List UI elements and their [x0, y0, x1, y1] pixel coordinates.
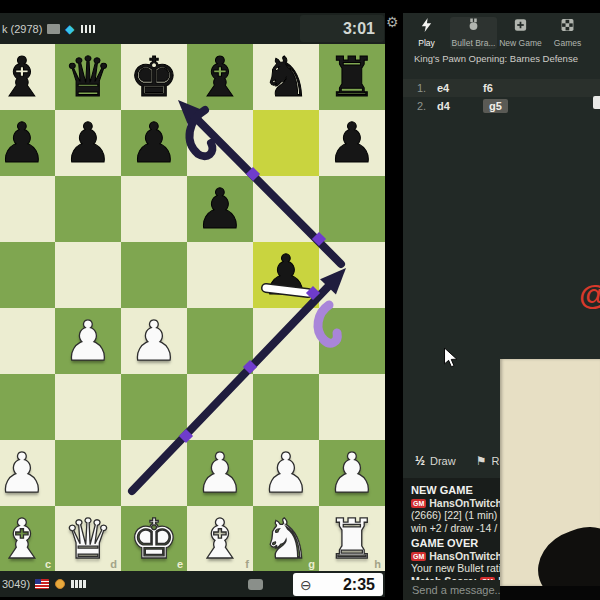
board-sidebar-gap	[385, 13, 403, 600]
piece-white-P-d4[interactable]: ♟	[55, 308, 121, 374]
gray-flag-icon	[47, 24, 60, 34]
move-row-2.: 2.d4g5	[403, 97, 600, 115]
square-h6[interactable]	[319, 176, 385, 242]
piece-white-B-f1[interactable]: ♝	[187, 506, 253, 572]
piece-black-K-e8[interactable]: ♚	[121, 44, 187, 110]
square-d6[interactable]	[55, 176, 121, 242]
square-g4[interactable]	[253, 308, 319, 374]
connection-bars-icon	[81, 25, 96, 33]
square-e3[interactable]	[121, 374, 187, 440]
chat-input-placeholder: Send a message...	[412, 584, 504, 596]
square-e6[interactable]	[121, 176, 187, 242]
square-d3[interactable]	[55, 374, 121, 440]
bolt-icon	[420, 18, 433, 36]
stream-frame: k (2978) ◆ 3:01 ⚙ ♜♞♝♛♚♝♞♜♟♟♟♟♟♟♟♟♟♟♟♟♟♟…	[0, 0, 600, 600]
piece-white-B-c1[interactable]: ♝	[0, 506, 55, 572]
at-symbol: @	[579, 278, 600, 312]
tab-bullet-bra-[interactable]: Bullet Bra...	[450, 17, 497, 49]
grid-icon	[561, 18, 574, 36]
square-e5[interactable]	[121, 242, 187, 308]
gear-icon[interactable]: ⚙	[386, 14, 399, 30]
move-row-1.: 1.e4f6	[403, 79, 600, 97]
piece-black-Q-d8[interactable]: ♛	[55, 44, 121, 110]
piece-white-Q-d1[interactable]: ♛	[55, 506, 121, 572]
gm-badge: GM	[411, 499, 426, 508]
piece-black-P-c7[interactable]: ♟	[0, 110, 55, 176]
square-c5[interactable]	[0, 242, 55, 308]
plus-square-icon	[514, 18, 527, 36]
top-black-bar	[0, 0, 600, 13]
tab-label: Bullet Bra...	[452, 38, 496, 48]
piece-black-P-f6[interactable]: ♟	[187, 176, 253, 242]
sidebar-tabs: PlayBullet Bra...New GameGames	[403, 17, 600, 49]
tab-new-game[interactable]: New Game	[497, 17, 544, 49]
bottom-player-rating: 3049)	[2, 578, 30, 590]
square-c4[interactable]	[0, 308, 55, 374]
piece-white-P-c2[interactable]: ♟	[0, 440, 55, 506]
square-d2[interactable]	[55, 440, 121, 506]
square-g3[interactable]	[253, 374, 319, 440]
piece-black-B-c8[interactable]: ♝	[0, 44, 55, 110]
gold-coin-icon	[55, 579, 65, 589]
clipped-white-button[interactable]	[593, 96, 600, 109]
square-g6[interactable]	[253, 176, 319, 242]
square-h4[interactable]	[319, 308, 385, 374]
move-white-e4[interactable]: e4	[437, 82, 483, 94]
gm-badge: GM	[411, 552, 426, 561]
tab-label: Play	[418, 38, 435, 48]
square-f5[interactable]	[187, 242, 253, 308]
chess-board[interactable]: ♜♞♝♛♚♝♞♜♟♟♟♟♟♟♟♟♟♟♟♟♟♟♟♟a♜b♞c♝d♛e♚f♝g♞h♜	[0, 44, 385, 572]
resign-flag-icon[interactable]: ⚑	[476, 454, 487, 468]
medal-icon	[467, 18, 480, 36]
piece-white-P-f2[interactable]: ♟	[187, 440, 253, 506]
mouse-cursor	[444, 348, 458, 368]
top-player-clock: 3:01	[300, 15, 384, 42]
piece-black-P-d7[interactable]: ♟	[55, 110, 121, 176]
piece-black-B-f8[interactable]: ♝	[187, 44, 253, 110]
webcam-bottom-bar	[500, 586, 600, 600]
move-number: 2.	[417, 100, 437, 112]
chat-bubble-icon[interactable]	[248, 579, 263, 590]
streamer-head-silhouette	[528, 519, 600, 586]
bottom-player-clock: ⊖ 2:35	[293, 573, 383, 596]
clock-minus-icon: ⊖	[300, 577, 312, 593]
tab-label: New Game	[499, 38, 542, 48]
square-h3[interactable]	[319, 374, 385, 440]
square-e2[interactable]	[121, 440, 187, 506]
piece-white-R-h1[interactable]: ♜	[319, 506, 385, 572]
connection-bars-icon	[71, 580, 86, 588]
square-g7[interactable]	[253, 110, 319, 176]
webcam-feed	[500, 359, 600, 586]
piece-white-P-e4[interactable]: ♟	[121, 308, 187, 374]
move-black-f6[interactable]: f6	[483, 82, 529, 94]
tab-games[interactable]: Games	[544, 17, 591, 49]
square-f7[interactable]	[187, 110, 253, 176]
move-white-d4[interactable]: d4	[437, 100, 483, 112]
tab-play[interactable]: Play	[403, 17, 450, 49]
square-d5[interactable]	[55, 242, 121, 308]
move-black-g5[interactable]: g5	[483, 99, 508, 113]
diamond-membership-icon: ◆	[65, 24, 74, 34]
piece-black-P-h7[interactable]: ♟	[319, 110, 385, 176]
piece-white-N-g1[interactable]: ♞	[253, 506, 319, 572]
piece-white-K-e1[interactable]: ♚	[121, 506, 187, 572]
move-number: 1.	[417, 82, 437, 94]
piece-black-P-g5[interactable]: ♟	[253, 242, 319, 308]
tab-label: Games	[554, 38, 581, 48]
piece-white-P-g2[interactable]: ♟	[253, 440, 319, 506]
piece-black-P-e7[interactable]: ♟	[121, 110, 187, 176]
top-player-name-rating: k (2978)	[2, 23, 42, 35]
draw-half-icon[interactable]: ½	[415, 454, 425, 468]
square-c6[interactable]	[0, 176, 55, 242]
square-f3[interactable]	[187, 374, 253, 440]
square-f4[interactable]	[187, 308, 253, 374]
piece-black-R-h8[interactable]: ♜	[319, 44, 385, 110]
opening-name: King's Pawn Opening: Barnes Defense	[414, 53, 596, 64]
board-viewport: ♜♞♝♛♚♝♞♜♟♟♟♟♟♟♟♟♟♟♟♟♟♟♟♟a♜b♞c♝d♛e♚f♝g♞h♜	[0, 44, 385, 573]
piece-black-N-g8[interactable]: ♞	[253, 44, 319, 110]
square-c3[interactable]	[0, 374, 55, 440]
square-h5[interactable]	[319, 242, 385, 308]
draw-button[interactable]: Draw	[430, 455, 456, 467]
us-flag-icon	[35, 579, 49, 589]
piece-white-P-h2[interactable]: ♟	[319, 440, 385, 506]
